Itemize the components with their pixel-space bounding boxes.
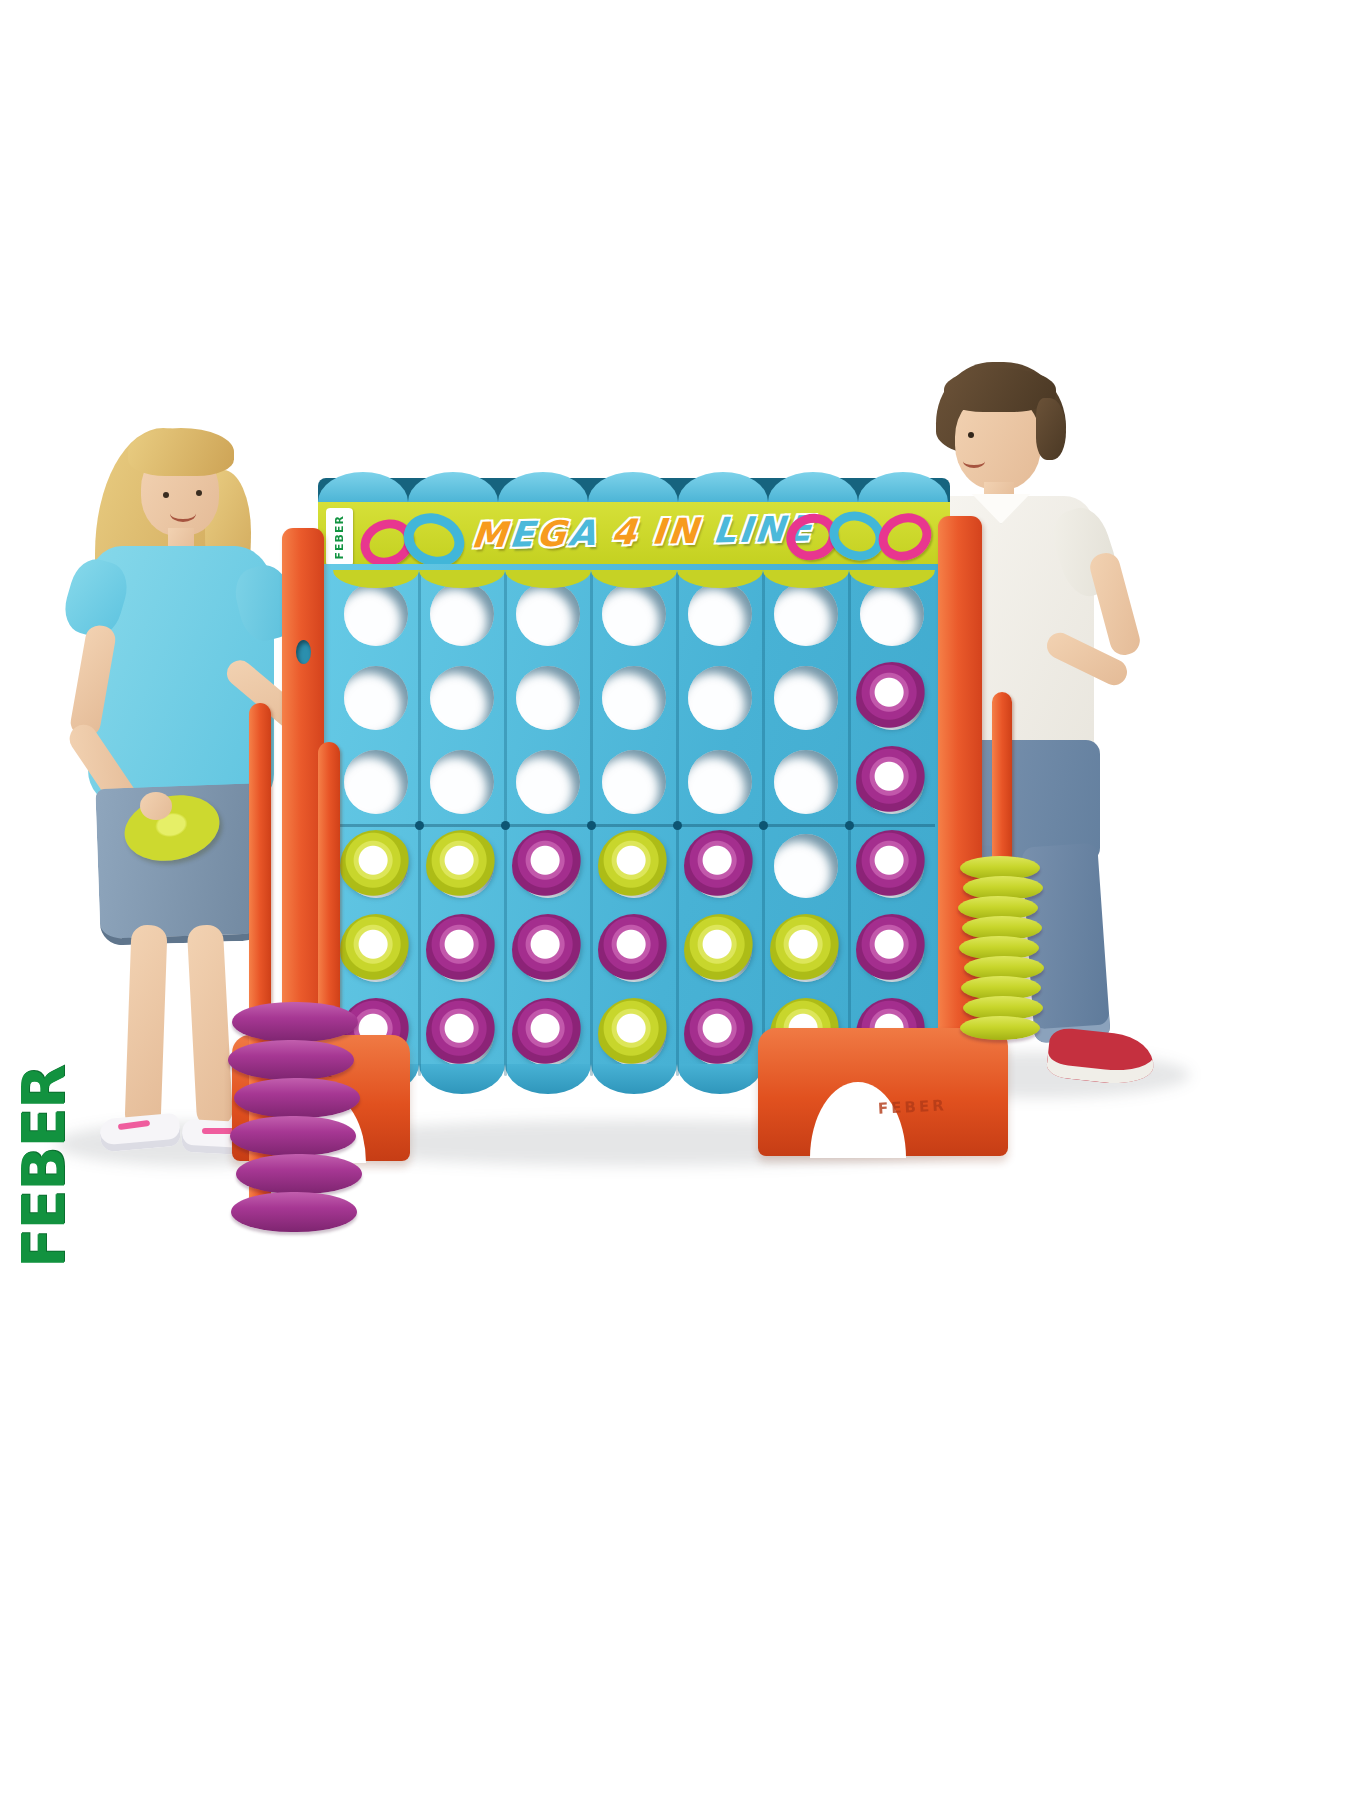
top-wave-bump xyxy=(588,472,678,502)
girl-hair-fringe xyxy=(128,428,234,476)
board-hole xyxy=(774,582,838,646)
banner-rings-icon-right xyxy=(786,512,932,564)
yellow-ring xyxy=(770,914,842,986)
feber-logo: FEBER xyxy=(10,1065,78,1268)
board-cell-r2c7 xyxy=(849,656,935,740)
title-letter xyxy=(699,514,713,549)
board-cell-r3c4 xyxy=(591,740,677,824)
seam-screw-dot xyxy=(415,821,424,830)
board-hole xyxy=(430,750,494,814)
title-letter: E xyxy=(508,517,536,552)
board-cell-r2c3 xyxy=(505,656,591,740)
board-cell-r2c1 xyxy=(333,656,419,740)
board-cell-r5c1 xyxy=(333,908,419,992)
board-cell-r3c7 xyxy=(849,740,935,824)
yellow-ring xyxy=(684,914,756,986)
top-wave-bump xyxy=(678,472,768,502)
board-cell-r4c2 xyxy=(419,824,505,908)
purple-ring xyxy=(598,914,670,986)
boy-arm-right-upper xyxy=(1087,550,1143,658)
board-cell-r4c4 xyxy=(591,824,677,908)
board-banner: FEBER MEGA 4 IN LINE xyxy=(318,502,950,572)
board-cell-r5c3 xyxy=(505,908,591,992)
top-wave-bump xyxy=(318,472,408,502)
board-hole xyxy=(774,750,838,814)
seam-screw-dot xyxy=(759,821,768,830)
banner-title: MEGA 4 IN LINE xyxy=(446,511,837,554)
purple-ring xyxy=(856,830,928,902)
yellow-ring xyxy=(598,998,670,1070)
board-cell-r4c1 xyxy=(333,824,419,908)
top-wave-bump xyxy=(768,472,858,502)
top-wave-bump xyxy=(858,472,948,502)
board-hole xyxy=(516,666,580,730)
board-cell-r2c6 xyxy=(763,656,849,740)
board-hole xyxy=(688,666,752,730)
right-base-arch xyxy=(810,1082,906,1158)
bottom-scallop xyxy=(677,1064,763,1094)
bottom-scallop xyxy=(505,1064,591,1094)
yellow-ring xyxy=(598,830,670,902)
seam-screw-dot xyxy=(673,821,682,830)
board-cell-r3c2 xyxy=(419,740,505,824)
board-hole xyxy=(688,582,752,646)
title-letter: I xyxy=(650,515,667,550)
board-hole xyxy=(430,666,494,730)
boy-eye xyxy=(968,432,974,438)
title-letter: I xyxy=(737,513,754,548)
board-hole xyxy=(602,582,666,646)
board-top-wave-strip xyxy=(318,478,950,504)
board-cell-r5c2 xyxy=(419,908,505,992)
board-cell-r2c2 xyxy=(419,656,505,740)
board-hole xyxy=(516,582,580,646)
title-letter: G xyxy=(535,517,567,553)
boy-smile xyxy=(963,455,985,468)
girl-leg-left xyxy=(124,924,167,1130)
purple-ring xyxy=(684,998,756,1070)
board-cell-r3c5 xyxy=(677,740,763,824)
board-cell-r5c4 xyxy=(591,908,677,992)
purple-tray-ring xyxy=(228,1040,354,1080)
board-cell-r4c5 xyxy=(677,824,763,908)
pink-ring-icon xyxy=(871,505,939,569)
board-cell-r4c7 xyxy=(849,824,935,908)
board-cell-r5c7 xyxy=(849,908,935,992)
feber-brand-tab: FEBER xyxy=(326,508,353,566)
bottom-scallop xyxy=(591,1064,677,1094)
board-cell-r4c6 xyxy=(763,824,849,908)
board-cell-r3c3 xyxy=(505,740,591,824)
board-hole xyxy=(688,750,752,814)
top-wave-bump xyxy=(408,472,498,502)
board-cell-r5c5 xyxy=(677,908,763,992)
board-hole xyxy=(516,750,580,814)
purple-ring xyxy=(426,998,498,1070)
board-hole xyxy=(602,750,666,814)
title-letter: M xyxy=(470,518,508,554)
product-photo-canvas: FEBER MEGA 4 IN LINE FEBER FEBER xyxy=(0,0,1350,1800)
title-letter: N xyxy=(753,512,786,548)
seam-screw-dot xyxy=(501,821,510,830)
connect4-board: FEBER MEGA 4 IN LINE xyxy=(318,478,950,1108)
girl-shoe-left xyxy=(99,1113,182,1153)
girl-leg-right xyxy=(187,924,234,1128)
board-cell-r5c6 xyxy=(763,908,849,992)
board-hole xyxy=(344,582,408,646)
left-tray-pole-short xyxy=(318,742,340,1012)
yellow-tray-ring xyxy=(960,1016,1040,1040)
seam-screw-dot xyxy=(845,821,854,830)
purple-tray-ring xyxy=(230,1116,356,1156)
left-post-hole xyxy=(296,640,311,664)
yellow-ring xyxy=(426,830,498,902)
board-cell-r3c6 xyxy=(763,740,849,824)
board-cell-r3c1 xyxy=(333,740,419,824)
board-hole xyxy=(774,834,838,898)
title-letter xyxy=(637,515,651,550)
purple-ring xyxy=(426,914,498,986)
top-wave-bump xyxy=(498,472,588,502)
board-hole xyxy=(860,582,924,646)
left-ring-stack xyxy=(228,1002,358,1242)
girl-hand xyxy=(140,792,172,820)
board-hole xyxy=(602,666,666,730)
purple-tray-ring xyxy=(234,1078,360,1118)
title-letter: 4 xyxy=(610,515,638,551)
purple-tray-ring xyxy=(236,1154,362,1194)
purple-ring xyxy=(512,830,584,902)
purple-ring xyxy=(512,914,584,986)
title-letter: N xyxy=(666,514,699,550)
board-cell-r2c5 xyxy=(677,656,763,740)
feber-tab-label: FEBER xyxy=(333,515,346,559)
purple-ring xyxy=(856,746,928,818)
girl-eye-right xyxy=(196,490,202,496)
seam-screw-dot xyxy=(587,821,596,830)
purple-ring xyxy=(856,662,928,734)
purple-ring xyxy=(684,830,756,902)
board-cell-r2c4 xyxy=(591,656,677,740)
right-base-emboss: FEBER xyxy=(878,1096,948,1118)
purple-tray-ring xyxy=(232,1002,358,1042)
board-hole xyxy=(344,750,408,814)
board-cell-r4c3 xyxy=(505,824,591,908)
purple-tray-ring xyxy=(231,1192,357,1232)
board-hole xyxy=(430,582,494,646)
yellow-ring xyxy=(340,914,412,986)
title-letter: L xyxy=(712,513,738,548)
girl-eye-left xyxy=(163,492,169,498)
board-hole xyxy=(774,666,838,730)
right-base: FEBER xyxy=(758,1028,1008,1156)
right-ring-stack xyxy=(958,856,1048,1036)
purple-ring xyxy=(512,998,584,1070)
board-hole xyxy=(344,666,408,730)
title-letter: A xyxy=(567,516,598,552)
title-letter xyxy=(597,516,611,551)
bottom-scallop xyxy=(419,1064,505,1094)
yellow-ring xyxy=(340,830,412,902)
girl-smile xyxy=(170,505,196,522)
purple-ring xyxy=(856,914,928,986)
